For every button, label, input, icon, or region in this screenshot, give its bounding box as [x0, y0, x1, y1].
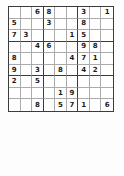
cell-r8c8[interactable]	[90, 88, 102, 100]
cell-r2c6[interactable]	[67, 19, 79, 31]
cell-r5c4[interactable]	[44, 53, 56, 65]
cell-r3c7[interactable]: 5	[78, 30, 90, 42]
cell-r7c7[interactable]	[78, 76, 90, 88]
cell-r9c2[interactable]	[21, 99, 33, 111]
cell-r2c4[interactable]: 3	[44, 19, 56, 31]
cell-r3c1[interactable]: 7	[9, 30, 21, 42]
cell-r7c8[interactable]	[90, 76, 102, 88]
cell-r3c4[interactable]	[44, 30, 56, 42]
cell-r7c5[interactable]	[55, 76, 67, 88]
cell-r3c6[interactable]: 1	[67, 30, 79, 42]
sudoku-board: 683153873154698847193842251985716	[8, 6, 114, 112]
cell-r5c7[interactable]: 7	[78, 53, 90, 65]
cell-r6c3[interactable]: 3	[32, 65, 44, 77]
cell-r7c3[interactable]: 5	[32, 76, 44, 88]
cell-r8c7[interactable]	[78, 88, 90, 100]
cell-r9c8[interactable]	[90, 99, 102, 111]
cell-r6c9[interactable]	[101, 65, 113, 77]
cell-r2c7[interactable]: 8	[78, 19, 90, 31]
cell-r9c3[interactable]: 8	[32, 99, 44, 111]
cell-r2c9[interactable]	[101, 19, 113, 31]
cell-r6c8[interactable]: 2	[90, 65, 102, 77]
cell-r4c6[interactable]	[67, 42, 79, 54]
cell-r7c6[interactable]	[67, 76, 79, 88]
cell-r8c3[interactable]	[32, 88, 44, 100]
cell-r9c5[interactable]: 5	[55, 99, 67, 111]
cell-r9c4[interactable]	[44, 99, 56, 111]
cell-r1c6[interactable]	[67, 7, 79, 19]
cell-r6c5[interactable]: 8	[55, 65, 67, 77]
cell-r5c5[interactable]	[55, 53, 67, 65]
cell-r2c2[interactable]	[21, 19, 33, 31]
cell-r4c4[interactable]: 6	[44, 42, 56, 54]
cell-r1c5[interactable]	[55, 7, 67, 19]
cell-r2c8[interactable]	[90, 19, 102, 31]
cell-r6c2[interactable]	[21, 65, 33, 77]
cell-r1c7[interactable]: 3	[78, 7, 90, 19]
cell-r2c3[interactable]	[32, 19, 44, 31]
cell-r5c3[interactable]	[32, 53, 44, 65]
cell-r3c2[interactable]: 3	[21, 30, 33, 42]
cell-r8c2[interactable]	[21, 88, 33, 100]
cell-r4c9[interactable]	[101, 42, 113, 54]
cell-r8c4[interactable]	[44, 88, 56, 100]
cell-r5c9[interactable]	[101, 53, 113, 65]
cell-r3c5[interactable]	[55, 30, 67, 42]
cell-r8c9[interactable]	[101, 88, 113, 100]
cell-r3c8[interactable]	[90, 30, 102, 42]
cell-r8c1[interactable]	[9, 88, 21, 100]
cell-r4c2[interactable]	[21, 42, 33, 54]
cell-r2c5[interactable]	[55, 19, 67, 31]
cell-r4c7[interactable]: 9	[78, 42, 90, 54]
cell-r6c1[interactable]: 9	[9, 65, 21, 77]
cell-r3c9[interactable]	[101, 30, 113, 42]
cell-r5c6[interactable]: 4	[67, 53, 79, 65]
cell-r1c8[interactable]	[90, 7, 102, 19]
cell-r6c6[interactable]	[67, 65, 79, 77]
cell-r2c1[interactable]: 5	[9, 19, 21, 31]
cell-r5c1[interactable]: 8	[9, 53, 21, 65]
cell-r7c4[interactable]	[44, 76, 56, 88]
cell-r9c6[interactable]: 7	[67, 99, 79, 111]
cell-r5c8[interactable]: 1	[90, 53, 102, 65]
cell-r7c9[interactable]	[101, 76, 113, 88]
cell-r4c3[interactable]: 4	[32, 42, 44, 54]
cell-r9c9[interactable]: 6	[101, 99, 113, 111]
cell-r6c4[interactable]	[44, 65, 56, 77]
cell-r1c1[interactable]	[9, 7, 21, 19]
cell-r3c3[interactable]	[32, 30, 44, 42]
cell-r6c7[interactable]: 4	[78, 65, 90, 77]
cell-r8c5[interactable]: 1	[55, 88, 67, 100]
cell-r4c1[interactable]	[9, 42, 21, 54]
cell-r1c9[interactable]: 1	[101, 7, 113, 19]
cell-r8c6[interactable]: 9	[67, 88, 79, 100]
sudoku-page: 683153873154698847193842251985716	[0, 0, 124, 176]
cell-r4c5[interactable]	[55, 42, 67, 54]
cell-r1c4[interactable]: 8	[44, 7, 56, 19]
cell-r5c2[interactable]	[21, 53, 33, 65]
cell-r9c1[interactable]	[9, 99, 21, 111]
cell-r7c1[interactable]: 2	[9, 76, 21, 88]
cell-r7c2[interactable]	[21, 76, 33, 88]
cell-r4c8[interactable]: 8	[90, 42, 102, 54]
cell-r1c2[interactable]	[21, 7, 33, 19]
cell-r9c7[interactable]: 1	[78, 99, 90, 111]
cell-r1c3[interactable]: 6	[32, 7, 44, 19]
